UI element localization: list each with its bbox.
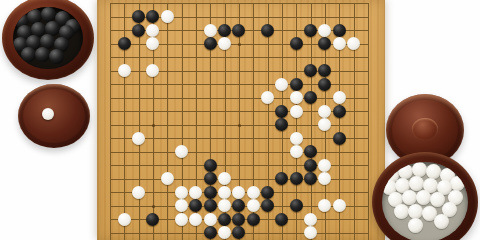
white-stone [290, 132, 303, 145]
white-stone [318, 105, 331, 118]
go-game-photo [0, 0, 480, 240]
black-stone [204, 159, 217, 172]
black-stone [21, 47, 36, 62]
white-stone [204, 213, 217, 226]
black-stone [333, 24, 346, 37]
hoshi-point [238, 43, 241, 46]
grid-line [167, 3, 168, 240]
black-stone [35, 47, 50, 62]
white-stone [412, 162, 427, 177]
lid-center [412, 118, 438, 140]
grid-line [139, 3, 140, 240]
grid-line [368, 3, 369, 240]
hoshi-point [152, 205, 155, 208]
white-stone [333, 199, 346, 212]
white-stone [189, 186, 202, 199]
black-stone [304, 159, 317, 172]
black-stone [204, 226, 217, 239]
black-stone [261, 24, 274, 37]
white-stone [426, 164, 441, 179]
white-stone [175, 186, 188, 199]
black-stone [247, 213, 260, 226]
white-stone [161, 172, 174, 185]
white-stone [304, 213, 317, 226]
hoshi-point [152, 124, 155, 127]
white-stone [247, 186, 260, 199]
black-stones-bowl [2, 0, 94, 80]
white-stone [118, 64, 131, 77]
black-stone [333, 132, 346, 145]
black-stone [204, 172, 217, 185]
grid-line [110, 138, 368, 139]
white-stone [333, 37, 346, 50]
black-stone [318, 78, 331, 91]
white-stone [394, 204, 409, 219]
black-stone [290, 199, 303, 212]
black-stone [232, 24, 245, 37]
white-stone [402, 190, 417, 205]
white-stone [290, 91, 303, 104]
white-stone [275, 78, 288, 91]
white-stone [175, 213, 188, 226]
black-stone [132, 24, 145, 37]
white-stone [290, 105, 303, 118]
white-stone [450, 176, 465, 191]
hoshi-point [238, 124, 241, 127]
white-stone [318, 159, 331, 172]
black-stone [204, 199, 217, 212]
white-stone [161, 10, 174, 23]
white-stone [409, 176, 424, 191]
white-stone [408, 218, 423, 233]
white-stones-heap [382, 162, 468, 240]
white-stone [204, 24, 217, 37]
white-stone [318, 24, 331, 37]
black-stone [232, 213, 245, 226]
grid-line [110, 152, 368, 153]
black-stone [304, 24, 317, 37]
white-stone [434, 214, 449, 229]
black-stone [204, 186, 217, 199]
white-stone [42, 108, 54, 120]
black-stone [146, 213, 159, 226]
grid-line [110, 3, 111, 240]
black-stone [290, 37, 303, 50]
black-stone [275, 213, 288, 226]
white-stone [132, 186, 145, 199]
black-stone [218, 24, 231, 37]
black-stone [49, 49, 64, 64]
black-stone [333, 105, 346, 118]
white-stone [189, 213, 202, 226]
black-stone [261, 186, 274, 199]
white-stone [132, 132, 145, 145]
white-stone [232, 186, 245, 199]
white-stone [118, 213, 131, 226]
go-board[interactable] [97, 0, 385, 240]
white-stone [146, 24, 159, 37]
black-stone [41, 7, 56, 22]
white-stone [247, 199, 260, 212]
white-stone [416, 190, 431, 205]
bowl-lid-left [18, 84, 90, 148]
black-stone [204, 37, 217, 50]
black-stone [275, 105, 288, 118]
black-stone [290, 172, 303, 185]
white-stone [408, 204, 423, 219]
white-stones-bowl [372, 152, 478, 240]
white-stone [218, 186, 231, 199]
black-stone [118, 37, 131, 50]
white-stone [333, 91, 346, 104]
black-stone [290, 78, 303, 91]
black-stones-heap [13, 7, 83, 69]
white-stone [290, 145, 303, 158]
grid-line [311, 3, 312, 240]
black-stone [218, 213, 231, 226]
